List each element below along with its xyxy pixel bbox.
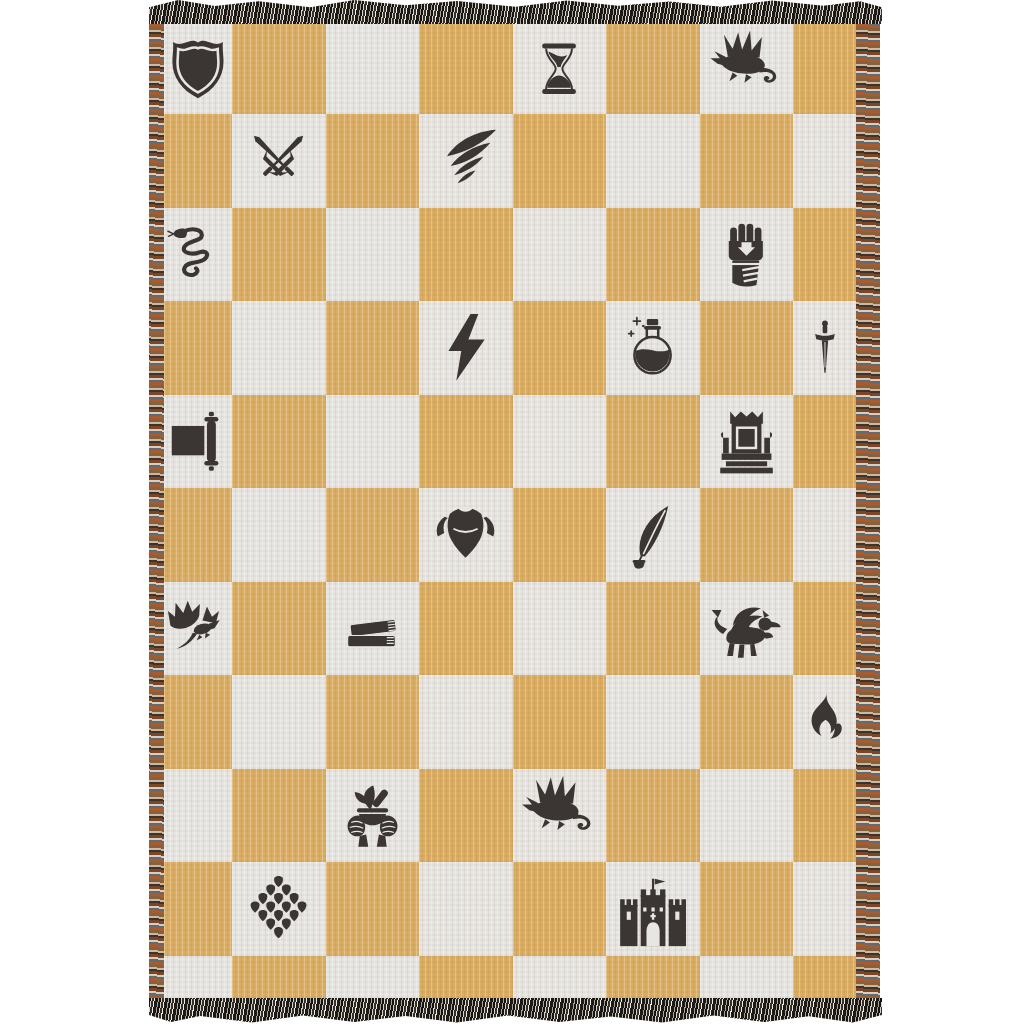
square-r1c1: [164, 24, 232, 114]
square-r5c8: [793, 395, 856, 489]
square-r7c5: [513, 582, 607, 676]
square-r2c7: [700, 114, 794, 208]
crossed-swords-icon: [243, 123, 314, 198]
square-r11c1: [164, 956, 232, 998]
woven-blanket: [149, 0, 882, 1023]
square-r9c3: [326, 769, 420, 863]
square-r11c6: [606, 956, 700, 998]
square-r4c6: [606, 301, 700, 395]
square-r11c3: [326, 956, 420, 998]
square-r4c4: [419, 301, 513, 395]
square-r4c1: [164, 301, 232, 395]
square-r1c7: [700, 24, 794, 114]
square-r10c1: [164, 862, 232, 956]
snake-icon: [166, 215, 230, 294]
square-r8c7: [700, 675, 794, 769]
flying-dragon-icon: [166, 589, 230, 668]
square-r5c2: [232, 395, 326, 489]
griffin-icon: [704, 587, 788, 669]
square-r10c4: [419, 862, 513, 956]
square-r6c7: [700, 488, 794, 582]
square-r5c1: [164, 395, 232, 489]
castle-icon: [611, 868, 695, 950]
square-r6c2: [232, 488, 326, 582]
blanket-body: [149, 24, 882, 998]
square-r2c3: [326, 114, 420, 208]
square-r5c7: [700, 395, 794, 489]
square-r7c6: [606, 582, 700, 676]
square-r10c7: [700, 862, 794, 956]
square-r8c5: [513, 675, 607, 769]
square-r1c8: [793, 24, 856, 114]
quill-inkwell-icon: [617, 497, 688, 572]
square-r9c5: [513, 769, 607, 863]
scroll-icon: [166, 402, 230, 481]
square-r11c8: [793, 956, 856, 998]
stacked-books-icon: [337, 591, 408, 666]
square-r8c4: [419, 675, 513, 769]
square-r8c8: [793, 675, 856, 769]
square-r2c8: [793, 114, 856, 208]
breastplate-icon: [430, 497, 501, 572]
dragon-icon: [704, 29, 788, 108]
square-r9c2: [232, 769, 326, 863]
square-r2c1: [164, 114, 232, 208]
square-r9c8: [793, 769, 856, 863]
square-r4c7: [700, 301, 794, 395]
square-r4c8: [793, 301, 856, 395]
square-r9c4: [419, 769, 513, 863]
square-r11c2: [232, 956, 326, 998]
square-r6c1: [164, 488, 232, 582]
square-r1c5: [513, 24, 607, 114]
square-r7c1: [164, 582, 232, 676]
square-r5c3: [326, 395, 420, 489]
square-r6c8: [793, 488, 856, 582]
square-r8c6: [606, 675, 700, 769]
gauntlet-icon: [711, 217, 782, 292]
square-r6c3: [326, 488, 420, 582]
square-r3c3: [326, 208, 420, 302]
fringe-right: [856, 24, 880, 998]
square-r10c5: [513, 862, 607, 956]
throne-icon: [711, 404, 782, 479]
square-r3c8: [793, 208, 856, 302]
square-r8c1: [164, 675, 232, 769]
square-r11c7: [700, 956, 794, 998]
square-r10c3: [326, 862, 420, 956]
wing-icon: [430, 123, 501, 198]
square-r8c3: [326, 675, 420, 769]
square-r7c4: [419, 582, 513, 676]
square-r8c2: [232, 675, 326, 769]
square-r5c6: [606, 395, 700, 489]
square-r3c6: [606, 208, 700, 302]
square-r4c3: [326, 301, 420, 395]
square-r2c2: [232, 114, 326, 208]
fringe-left: [149, 24, 164, 998]
square-r9c1: [164, 769, 232, 863]
square-r7c7: [700, 582, 794, 676]
square-r1c4: [419, 24, 513, 114]
square-r9c7: [700, 769, 794, 863]
square-r6c5: [513, 488, 607, 582]
flame-icon: [796, 684, 854, 759]
square-r10c8: [793, 862, 856, 956]
potion-flask-icon: [617, 310, 688, 385]
checkerboard: [164, 24, 856, 998]
square-r6c4: [419, 488, 513, 582]
square-r7c2: [232, 582, 326, 676]
fringe-bottom: [149, 998, 882, 1023]
dragon-icon: [517, 774, 601, 856]
square-r3c7: [700, 208, 794, 302]
square-r2c6: [606, 114, 700, 208]
square-r6c6: [606, 488, 700, 582]
dagger-icon: [796, 308, 854, 387]
hands-holding-mortar-icon: [337, 778, 408, 853]
square-r1c3: [326, 24, 420, 114]
square-r5c4: [419, 395, 513, 489]
lightning-bolt-icon: [430, 310, 501, 385]
square-r2c4: [419, 114, 513, 208]
square-r1c6: [606, 24, 700, 114]
square-r4c5: [513, 301, 607, 395]
square-r7c8: [793, 582, 856, 676]
shield-icon: [166, 31, 230, 107]
square-r2c5: [513, 114, 607, 208]
square-r11c5: [513, 956, 607, 998]
square-r1c2: [232, 24, 326, 114]
square-r4c2: [232, 301, 326, 395]
hourglass-icon: [531, 31, 587, 107]
square-r11c4: [419, 956, 513, 998]
square-r3c2: [232, 208, 326, 302]
square-r10c6: [606, 862, 700, 956]
square-r7c3: [326, 582, 420, 676]
square-r10c2: [232, 862, 326, 956]
square-r5c5: [513, 395, 607, 489]
square-r3c4: [419, 208, 513, 302]
square-r3c5: [513, 208, 607, 302]
square-r3c1: [164, 208, 232, 302]
square-r9c6: [606, 769, 700, 863]
fringe-top: [149, 0, 882, 24]
dragon-scales-icon: [243, 871, 314, 946]
